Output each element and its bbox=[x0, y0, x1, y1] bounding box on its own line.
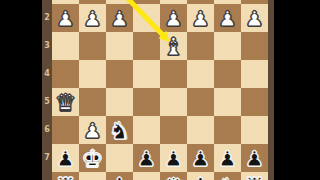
square-f3[interactable] bbox=[106, 32, 133, 60]
piece-black-Q-d8[interactable]: ♛ bbox=[163, 173, 185, 180]
square-c3[interactable] bbox=[187, 32, 214, 60]
piece-white-B-d3[interactable]: ♝ bbox=[163, 33, 185, 59]
piece-white-P-h2[interactable]: ♟ bbox=[56, 7, 75, 30]
square-g2[interactable]: ♟ bbox=[79, 4, 106, 32]
square-h3[interactable] bbox=[52, 32, 79, 60]
piece-white-N-g1[interactable]: ♞ bbox=[82, 0, 104, 3]
square-d3[interactable]: ♝ bbox=[160, 32, 187, 60]
piece-black-R-h8[interactable]: ♜ bbox=[55, 173, 77, 180]
piece-white-P-d2[interactable]: ♟ bbox=[164, 7, 183, 30]
piece-black-N-f6[interactable]: ♞ bbox=[109, 117, 131, 143]
square-c8[interactable]: ♝ bbox=[187, 172, 214, 180]
square-e5[interactable] bbox=[133, 88, 160, 116]
square-g8[interactable] bbox=[79, 172, 106, 180]
square-c5[interactable] bbox=[187, 88, 214, 116]
piece-black-R-a8[interactable]: ♜ bbox=[244, 173, 266, 180]
square-g3[interactable] bbox=[79, 32, 106, 60]
square-g6[interactable]: ♟ bbox=[79, 116, 106, 144]
square-g5[interactable] bbox=[79, 88, 106, 116]
piece-white-K-e1[interactable]: ♚ bbox=[136, 0, 158, 3]
chess-thumbnail-scene: 234567 ♜♞♚♝♞♜♟♟♟♟♟♟♟♝♛♟♞♟♚♟♟♟♟♟♜♝♛♝♞♜ bbox=[0, 0, 320, 180]
piece-black-P-a7[interactable]: ♟ bbox=[245, 147, 264, 170]
square-h4[interactable] bbox=[52, 60, 79, 88]
piece-white-B-c1[interactable]: ♝ bbox=[190, 0, 212, 3]
square-d5[interactable] bbox=[160, 88, 187, 116]
square-c7[interactable]: ♟ bbox=[187, 144, 214, 172]
square-b4[interactable] bbox=[214, 60, 241, 88]
piece-white-N-b1[interactable]: ♞ bbox=[217, 0, 239, 3]
piece-black-K-g7[interactable]: ♚ bbox=[82, 145, 104, 171]
piece-black-P-e7[interactable]: ♟ bbox=[137, 147, 156, 170]
square-d7[interactable]: ♟ bbox=[160, 144, 187, 172]
rank-label-7: 7 bbox=[42, 144, 52, 172]
square-f2[interactable]: ♟ bbox=[106, 4, 133, 32]
piece-black-P-b7[interactable]: ♟ bbox=[218, 147, 237, 170]
square-c2[interactable]: ♟ bbox=[187, 4, 214, 32]
square-f4[interactable] bbox=[106, 60, 133, 88]
square-b7[interactable]: ♟ bbox=[214, 144, 241, 172]
square-d8[interactable]: ♛ bbox=[160, 172, 187, 180]
square-a7[interactable]: ♟ bbox=[241, 144, 268, 172]
square-a8[interactable]: ♜ bbox=[241, 172, 268, 180]
square-a6[interactable] bbox=[241, 116, 268, 144]
square-h7[interactable]: ♟ bbox=[52, 144, 79, 172]
square-f6[interactable]: ♞ bbox=[106, 116, 133, 144]
square-f7[interactable] bbox=[106, 144, 133, 172]
square-d4[interactable] bbox=[160, 60, 187, 88]
rank-label-5: 5 bbox=[42, 88, 52, 116]
piece-black-B-c8[interactable]: ♝ bbox=[190, 173, 212, 180]
piece-white-P-a2[interactable]: ♟ bbox=[245, 7, 264, 30]
square-f5[interactable] bbox=[106, 88, 133, 116]
rank-label-strip: 234567 bbox=[42, 0, 52, 180]
square-d6[interactable] bbox=[160, 116, 187, 144]
piece-black-P-d7[interactable]: ♟ bbox=[164, 147, 183, 170]
square-b5[interactable] bbox=[214, 88, 241, 116]
square-a5[interactable] bbox=[241, 88, 268, 116]
square-b3[interactable] bbox=[214, 32, 241, 60]
piece-white-R-h1[interactable]: ♜ bbox=[55, 0, 77, 3]
piece-black-P-h7[interactable]: ♟ bbox=[56, 147, 75, 170]
piece-white-P-g6[interactable]: ♟ bbox=[83, 119, 102, 142]
square-a3[interactable] bbox=[241, 32, 268, 60]
piece-white-P-f2[interactable]: ♟ bbox=[110, 7, 129, 30]
square-h6[interactable] bbox=[52, 116, 79, 144]
square-e4[interactable] bbox=[133, 60, 160, 88]
piece-black-P-c7[interactable]: ♟ bbox=[191, 147, 210, 170]
piece-white-P-c2[interactable]: ♟ bbox=[191, 7, 210, 30]
rank-label-2: 2 bbox=[42, 4, 52, 32]
square-e3[interactable] bbox=[133, 32, 160, 60]
square-e6[interactable] bbox=[133, 116, 160, 144]
rank-label-6: 6 bbox=[42, 116, 52, 144]
square-a2[interactable]: ♟ bbox=[241, 4, 268, 32]
square-g7[interactable]: ♚ bbox=[79, 144, 106, 172]
square-b6[interactable] bbox=[214, 116, 241, 144]
piece-black-N-b8[interactable]: ♞ bbox=[217, 173, 239, 180]
square-b8[interactable]: ♞ bbox=[214, 172, 241, 180]
square-e2[interactable] bbox=[133, 4, 160, 32]
square-b2[interactable]: ♟ bbox=[214, 4, 241, 32]
piece-white-R-a1[interactable]: ♜ bbox=[244, 0, 266, 3]
square-e7[interactable]: ♟ bbox=[133, 144, 160, 172]
piece-white-P-b2[interactable]: ♟ bbox=[218, 7, 237, 30]
square-h8[interactable]: ♜ bbox=[52, 172, 79, 180]
square-h5[interactable]: ♛ bbox=[52, 88, 79, 116]
square-c4[interactable] bbox=[187, 60, 214, 88]
rank-label-3: 3 bbox=[42, 32, 52, 60]
board: ♜♞♚♝♞♜♟♟♟♟♟♟♟♝♛♟♞♟♚♟♟♟♟♟♜♝♛♝♞♜ bbox=[52, 0, 268, 180]
square-g4[interactable] bbox=[79, 60, 106, 88]
rank-label-4: 4 bbox=[42, 60, 52, 88]
board-right-border bbox=[268, 0, 274, 180]
square-a4[interactable] bbox=[241, 60, 268, 88]
square-d2[interactable]: ♟ bbox=[160, 4, 187, 32]
square-h2[interactable]: ♟ bbox=[52, 4, 79, 32]
piece-black-B-f8[interactable]: ♝ bbox=[109, 173, 131, 180]
square-f8[interactable]: ♝ bbox=[106, 172, 133, 180]
square-c6[interactable] bbox=[187, 116, 214, 144]
piece-white-Q-h5[interactable]: ♛ bbox=[55, 89, 77, 115]
piece-white-P-g2[interactable]: ♟ bbox=[83, 7, 102, 30]
square-e8[interactable] bbox=[133, 172, 160, 180]
